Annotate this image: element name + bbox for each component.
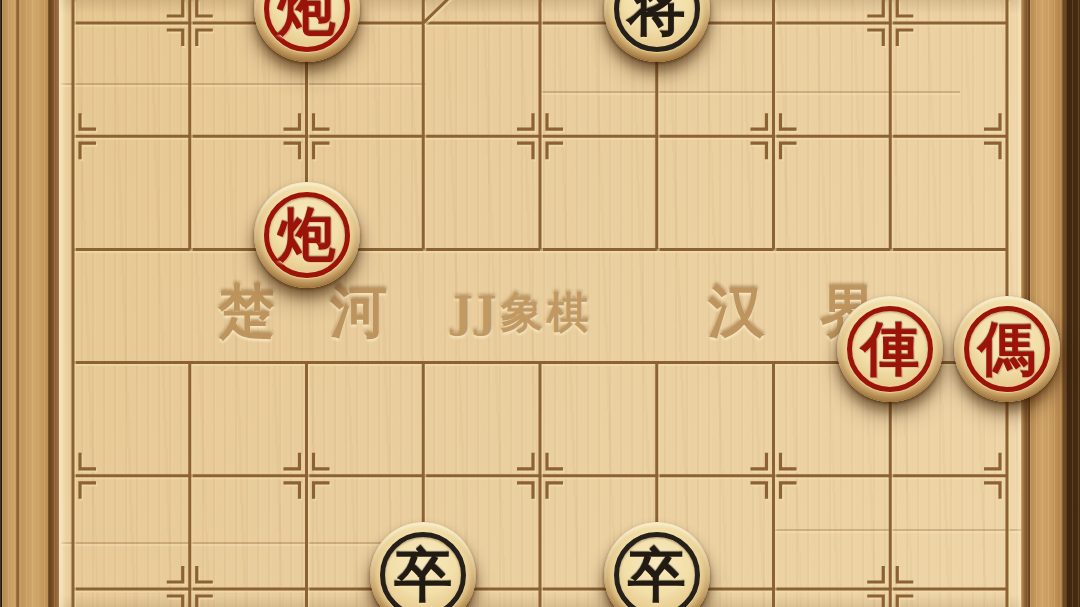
xiangqi-game-screen: 楚河 JJ象棋 汉界 炮将炮俥傌卒卒 — [0, 0, 1080, 607]
piece-black-general[interactable]: 将 — [604, 0, 710, 62]
pieces-layer: 炮将炮俥傌卒卒 — [0, 0, 1080, 607]
piece-glyph: 卒 — [604, 522, 710, 607]
piece-black-soldier[interactable]: 卒 — [370, 522, 476, 607]
piece-red-chariot[interactable]: 俥 — [837, 296, 943, 402]
piece-red-cannon[interactable]: 炮 — [254, 0, 360, 62]
piece-black-soldier[interactable]: 卒 — [604, 522, 710, 607]
piece-red-cannon[interactable]: 炮 — [254, 182, 360, 288]
piece-glyph: 炮 — [254, 182, 360, 288]
piece-red-horse[interactable]: 傌 — [954, 296, 1060, 402]
piece-glyph: 俥 — [837, 296, 943, 402]
piece-glyph: 傌 — [954, 296, 1060, 402]
piece-glyph: 炮 — [254, 0, 360, 62]
piece-glyph: 将 — [604, 0, 710, 62]
piece-glyph: 卒 — [370, 522, 476, 607]
